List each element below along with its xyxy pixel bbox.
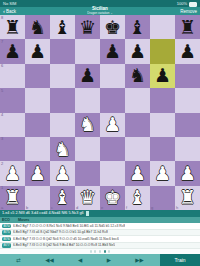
row-moves: 6.Be3 Bg7 7.f3 a6 8.Qd2 Nbd7 9.O-O-O b5 … <box>13 230 108 234</box>
square-f2[interactable]: ♟ <box>125 161 150 185</box>
white-rook[interactable]: ♜ <box>179 188 196 207</box>
square-d7[interactable] <box>75 39 100 63</box>
square-a3[interactable]: 3 <box>0 137 25 161</box>
nav-bar: ‹ Back Sicilian Dragon variation ⌄ Remov… <box>0 7 200 15</box>
row-moves: 6.Be2 Bg7 7.O-O O-O 8.Re1 Nc6 9.Nb3 Be6 … <box>13 224 125 228</box>
square-g7[interactable] <box>150 39 175 63</box>
square-g1[interactable]: g <box>150 186 175 210</box>
square-b3[interactable] <box>25 137 50 161</box>
eco-badge: B75 <box>2 230 11 235</box>
back-label: Back <box>6 9 16 14</box>
square-d2[interactable] <box>75 161 100 185</box>
page-dot[interactable] <box>108 250 110 252</box>
file-label: h <box>176 206 178 210</box>
square-b1[interactable]: b <box>25 186 50 210</box>
file-label: a <box>1 206 3 210</box>
square-g3[interactable] <box>150 137 175 161</box>
row-moves: 6.Be3 Bg7 7.f3 O-O 8.Qd2 Nc6 9.O-O-O d5 … <box>13 237 119 241</box>
square-a8[interactable]: 8♜ <box>0 15 25 39</box>
square-d5[interactable] <box>75 88 100 112</box>
header-eco: ECO <box>2 218 14 222</box>
file-label: g <box>151 206 153 210</box>
nav-title-block: Sicilian Dragon variation ⌄ <box>0 7 200 15</box>
square-g4[interactable] <box>150 113 175 137</box>
black-pawn[interactable]: ♟ <box>104 42 121 61</box>
status-bar: No SIM 100% <box>0 0 200 7</box>
white-queen[interactable]: ♛ <box>79 188 96 207</box>
white-pawn[interactable]: ♟ <box>4 164 21 183</box>
black-pawn[interactable]: ♟ <box>79 66 96 85</box>
square-d4[interactable]: ♞ <box>75 113 100 137</box>
page-dot[interactable] <box>90 250 92 252</box>
square-g8[interactable] <box>150 15 175 39</box>
square-c1[interactable]: c♝ <box>50 186 75 210</box>
black-pawn[interactable]: ♟ <box>4 42 21 61</box>
move-cursor <box>86 211 89 216</box>
black-king[interactable]: ♚ <box>104 18 121 37</box>
black-bishop[interactable]: ♝ <box>54 18 71 37</box>
square-c8[interactable]: ♝ <box>50 15 75 39</box>
page-dot[interactable] <box>99 250 101 252</box>
black-pawn[interactable]: ♟ <box>129 42 146 61</box>
black-pawn[interactable]: ♟ <box>179 42 196 61</box>
status-left: No SIM <box>3 0 16 7</box>
black-pawn[interactable]: ♟ <box>29 42 46 61</box>
lines-table: B706.Be2 Bg7 7.O-O O-O 8.Re1 Nc6 9.Nb3 B… <box>0 223 200 249</box>
chess-app: No SIM 100% ‹ Back Sicilian Dragon varia… <box>0 0 200 266</box>
square-a4[interactable]: 4 <box>0 113 25 137</box>
current-moves-strip: 1.e4 c5 2.Nf3 d6 3.d4 cxd4 4.Nxd4 Nf6 5.… <box>0 210 200 217</box>
white-pawn[interactable]: ♟ <box>179 164 196 183</box>
rank-label: 3 <box>1 137 3 141</box>
square-h6[interactable] <box>175 64 200 88</box>
square-h2[interactable]: ♟ <box>175 161 200 185</box>
square-g2[interactable]: ♟ <box>150 161 175 185</box>
square-a2[interactable]: 2♟ <box>0 161 25 185</box>
white-bishop[interactable]: ♝ <box>129 188 146 207</box>
square-e8[interactable]: ♚ <box>100 15 125 39</box>
square-h7[interactable]: ♟ <box>175 39 200 63</box>
square-h5[interactable] <box>175 88 200 112</box>
train-button[interactable]: Train <box>160 254 200 266</box>
square-c3[interactable]: ♞ <box>50 137 75 161</box>
eco-badge: B70 <box>2 224 11 229</box>
square-b5[interactable] <box>25 88 50 112</box>
file-label: b <box>26 206 28 210</box>
square-c2[interactable]: ♟ <box>50 161 75 185</box>
step-forward-icon[interactable]: ▶ <box>107 254 111 266</box>
square-c7[interactable] <box>50 39 75 63</box>
black-rook[interactable]: ♜ <box>4 18 21 37</box>
rank-label: 6 <box>1 64 3 68</box>
playback-controls: ⇄◀◀◀▶▶▶ <box>0 254 160 266</box>
square-f3[interactable] <box>125 137 150 161</box>
square-d3[interactable] <box>75 137 100 161</box>
remove-button[interactable]: Remove <box>180 9 197 14</box>
square-a1[interactable]: 1a♜ <box>0 186 25 210</box>
square-h8[interactable]: ♜ <box>175 15 200 39</box>
header-moves: Moves <box>18 218 29 222</box>
square-d6[interactable]: ♟ <box>75 64 100 88</box>
square-g6[interactable]: ♟ <box>150 64 175 88</box>
bottom-toolbar: ⇄◀◀◀▶▶▶ Train <box>0 254 200 266</box>
square-c5[interactable] <box>50 88 75 112</box>
back-button[interactable]: ‹ Back <box>3 9 16 14</box>
white-knight[interactable]: ♞ <box>79 115 96 134</box>
square-f6[interactable]: ♞ <box>125 64 150 88</box>
square-c6[interactable] <box>50 64 75 88</box>
square-a5[interactable]: 5 <box>0 88 25 112</box>
square-b6[interactable] <box>25 64 50 88</box>
square-b7[interactable]: ♟ <box>25 39 50 63</box>
white-knight[interactable]: ♞ <box>54 140 71 159</box>
page-dot[interactable] <box>94 250 96 252</box>
chess-board: 8♜♞♝♛♚♝♜7♟♟♟♟♟6♟♞♟54♞♟3♞2♟♟♟♟♟♟1a♜bc♝d♛e… <box>0 15 200 210</box>
page-dot[interactable] <box>104 250 106 252</box>
square-h3[interactable] <box>175 137 200 161</box>
square-f7[interactable]: ♟ <box>125 39 150 63</box>
black-queen[interactable]: ♛ <box>79 18 96 37</box>
square-e3[interactable] <box>100 137 125 161</box>
square-e2[interactable] <box>100 161 125 185</box>
rank-label: 7 <box>1 40 3 44</box>
page-title: Sicilian <box>92 7 108 12</box>
square-f4[interactable] <box>125 113 150 137</box>
white-pawn[interactable]: ♟ <box>54 164 71 183</box>
file-label: e <box>101 206 103 210</box>
status-right: 100% <box>177 0 197 7</box>
white-king[interactable]: ♚ <box>104 188 121 207</box>
eco-badge: B76 <box>2 237 11 242</box>
square-e6[interactable] <box>100 64 125 88</box>
skip-to-end-icon[interactable]: ▶▶ <box>135 254 143 266</box>
battery-percent: 100% <box>177 1 187 6</box>
flip-board-icon[interactable]: ⇄ <box>16 254 21 266</box>
rank-label: 5 <box>1 89 3 93</box>
file-label: f <box>126 206 127 210</box>
square-g5[interactable] <box>150 88 175 112</box>
rank-label: 8 <box>1 16 3 20</box>
black-knight[interactable]: ♞ <box>29 18 46 37</box>
black-rook[interactable]: ♜ <box>179 18 196 37</box>
file-label: c <box>51 206 53 210</box>
square-f8[interactable]: ♝ <box>125 15 150 39</box>
white-pawn[interactable]: ♟ <box>29 164 46 183</box>
file-label: d <box>76 206 78 210</box>
white-rook[interactable]: ♜ <box>4 188 21 207</box>
rank-label: 4 <box>1 113 3 117</box>
chevron-down-icon: ⌄ <box>110 11 113 15</box>
row-moves: 6.Be3 Bg7 7.f3 O-O 8.Qd2 Nc6 9.Bc4 Bd7 1… <box>13 243 115 247</box>
square-a7[interactable]: 7♟ <box>0 39 25 63</box>
eco-badge: B77 <box>2 243 11 248</box>
square-e7[interactable]: ♟ <box>100 39 125 63</box>
square-h4[interactable] <box>175 113 200 137</box>
square-b2[interactable]: ♟ <box>25 161 50 185</box>
black-knight[interactable]: ♞ <box>129 66 146 85</box>
square-f5[interactable] <box>125 88 150 112</box>
white-pawn[interactable]: ♟ <box>104 115 121 134</box>
rank-label: 1 <box>1 186 3 190</box>
square-b8[interactable]: ♞ <box>25 15 50 39</box>
square-f1[interactable]: f♝ <box>125 186 150 210</box>
black-pawn[interactable]: ♟ <box>154 66 171 85</box>
white-pawn[interactable]: ♟ <box>129 164 146 183</box>
rank-label: 2 <box>1 162 3 166</box>
black-bishop[interactable]: ♝ <box>129 18 146 37</box>
square-e4[interactable]: ♟ <box>100 113 125 137</box>
current-moves-text: 1.e4 c5 2.Nf3 d6 3.d4 cxd4 4.Nxd4 Nf6 5.… <box>2 210 84 217</box>
step-back-icon[interactable]: ◀ <box>78 254 82 266</box>
square-e1[interactable]: e♚ <box>100 186 125 210</box>
square-h1[interactable]: h♜ <box>175 186 200 210</box>
back-chevron-icon: ‹ <box>3 9 5 13</box>
square-a6[interactable]: 6 <box>0 64 25 88</box>
white-pawn[interactable]: ♟ <box>154 164 171 183</box>
white-bishop[interactable]: ♝ <box>54 188 71 207</box>
square-d1[interactable]: d♛ <box>75 186 100 210</box>
square-e5[interactable] <box>100 88 125 112</box>
skip-to-start-icon[interactable]: ◀◀ <box>45 254 53 266</box>
square-c4[interactable] <box>50 113 75 137</box>
square-b4[interactable] <box>25 113 50 137</box>
square-d8[interactable]: ♛ <box>75 15 100 39</box>
